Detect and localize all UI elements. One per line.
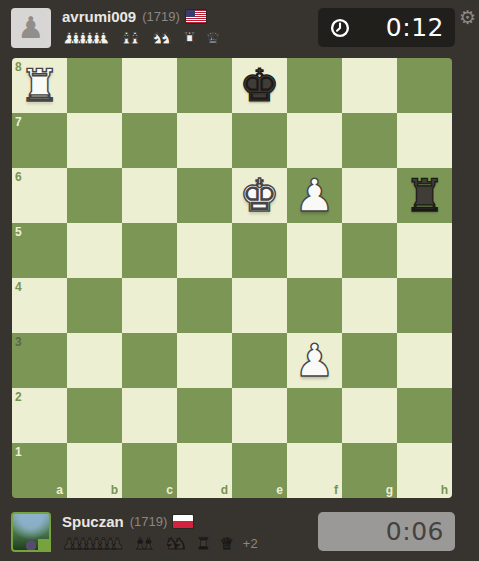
rank-label-1: 1: [15, 445, 22, 459]
top-player-clock: 0:12: [318, 8, 455, 47]
bottom-captured-pieces-tray: ♟♟♟♟♟♟♟♟♝♝♞♞♜♛: [62, 534, 234, 553]
square-b1[interactable]: b: [67, 443, 122, 498]
top-player-bar: ♟ avrumi009 (1719) ♟♟♟♟♟♟♝♝♞♞♜♛ 0:12: [0, 0, 479, 56]
file-label-b: b: [111, 483, 118, 497]
bottom-player-info: Spuczan (1719) ♟♟♟♟♟♟♟♟♝♝♞♞♜♛ +2: [62, 512, 258, 553]
top-player-rating: (1719): [142, 9, 180, 24]
rank-label-6: 6: [15, 170, 22, 184]
square-a3[interactable]: 3: [12, 333, 67, 388]
square-f4[interactable]: [287, 278, 342, 333]
file-label-f: f: [334, 483, 338, 497]
square-c5[interactable]: [122, 223, 177, 278]
rank-label-5: 5: [15, 225, 22, 239]
material-advantage: +2: [243, 536, 258, 551]
file-label-h: h: [441, 483, 448, 497]
rank-label-2: 2: [15, 390, 22, 404]
square-b3[interactable]: [67, 333, 122, 388]
file-label-d: d: [221, 483, 228, 497]
rank-label-4: 4: [15, 280, 22, 294]
square-b8[interactable]: [67, 58, 122, 113]
captured-queen-icon: ♛: [219, 534, 233, 553]
square-g3[interactable]: [342, 333, 397, 388]
captured-queen-icon: ♛: [206, 29, 220, 48]
square-h3[interactable]: [397, 333, 452, 388]
square-f8[interactable]: [287, 58, 342, 113]
captured-pawns-icon: ♟♟♟♟♟♟: [62, 29, 110, 48]
square-g2[interactable]: [342, 388, 397, 443]
square-a2[interactable]: 2: [12, 388, 67, 443]
avatar[interactable]: [11, 512, 51, 552]
square-f7[interactable]: [287, 113, 342, 168]
black-king-e8[interactable]: ♚: [232, 58, 287, 113]
poland-flag-icon: [173, 515, 193, 528]
square-f2[interactable]: [287, 388, 342, 443]
square-f5[interactable]: [287, 223, 342, 278]
white-king-e6[interactable]: ♚: [232, 168, 287, 223]
square-d1[interactable]: d: [177, 443, 232, 498]
square-d3[interactable]: [177, 333, 232, 388]
square-g1[interactable]: g: [342, 443, 397, 498]
top-player-name[interactable]: avrumi009: [62, 8, 136, 25]
gear-icon[interactable]: ⚙: [459, 8, 476, 27]
file-label-c: c: [166, 483, 173, 497]
white-pawn-f6[interactable]: ♟: [287, 168, 342, 223]
square-e8[interactable]: ♚: [232, 58, 287, 113]
captured-pawns-icon: ♟♟♟♟♟♟♟♟: [62, 534, 124, 553]
bottom-player-name[interactable]: Spuczan: [62, 513, 124, 530]
square-b5[interactable]: [67, 223, 122, 278]
square-d7[interactable]: [177, 113, 232, 168]
square-e3[interactable]: [232, 333, 287, 388]
black-rook-h6[interactable]: ♜: [397, 168, 452, 223]
square-h7[interactable]: [397, 113, 452, 168]
square-h1[interactable]: h: [397, 443, 452, 498]
square-a6[interactable]: 6: [12, 168, 67, 223]
square-b6[interactable]: [67, 168, 122, 223]
bottom-player-bar: Spuczan (1719) ♟♟♟♟♟♟♟♟♝♝♞♞♜♛ +2 0:06: [0, 505, 479, 561]
avatar[interactable]: ♟: [11, 8, 51, 48]
square-h6[interactable]: ♜: [397, 168, 452, 223]
clock-icon: [329, 17, 351, 39]
online-status-badge: [38, 539, 51, 552]
file-label-g: g: [386, 483, 393, 497]
captured-knights-icon: ♞♞: [164, 534, 187, 553]
square-d4[interactable]: [177, 278, 232, 333]
top-captured-pieces-tray: ♟♟♟♟♟♟♝♝♞♞♜♛: [62, 29, 220, 48]
captured-rook-icon: ♜: [182, 29, 196, 48]
square-c2[interactable]: [122, 388, 177, 443]
square-e1[interactable]: e: [232, 443, 287, 498]
captured-knights-icon: ♞♞: [151, 29, 174, 48]
square-b7[interactable]: [67, 113, 122, 168]
square-c3[interactable]: [122, 333, 177, 388]
captured-bishops-icon: ♝♝: [133, 534, 156, 553]
square-b4[interactable]: [67, 278, 122, 333]
rank-label-8: 8: [15, 60, 22, 74]
default-avatar-pawn-icon: ♟: [18, 13, 45, 43]
square-e6[interactable]: ♚: [232, 168, 287, 223]
bottom-player-rating: (1719): [130, 514, 168, 529]
bottom-player-clock: 0:06: [318, 512, 455, 551]
rank-label-3: 3: [15, 335, 22, 349]
captured-rook-icon: ♜: [196, 534, 210, 553]
square-c7[interactable]: [122, 113, 177, 168]
square-g7[interactable]: [342, 113, 397, 168]
file-label-e: e: [276, 483, 283, 497]
square-a4[interactable]: 4: [12, 278, 67, 333]
square-f6[interactable]: ♟: [287, 168, 342, 223]
square-e2[interactable]: [232, 388, 287, 443]
square-d8[interactable]: [177, 58, 232, 113]
square-c1[interactable]: c: [122, 443, 177, 498]
square-a5[interactable]: 5: [12, 223, 67, 278]
square-h2[interactable]: [397, 388, 452, 443]
square-e4[interactable]: [232, 278, 287, 333]
square-e7[interactable]: [232, 113, 287, 168]
square-e5[interactable]: [232, 223, 287, 278]
rank-label-7: 7: [15, 115, 22, 129]
square-d2[interactable]: [177, 388, 232, 443]
captured-bishops-icon: ♝♝: [119, 29, 142, 48]
square-g5[interactable]: [342, 223, 397, 278]
square-h4[interactable]: [397, 278, 452, 333]
square-g8[interactable]: [342, 58, 397, 113]
square-h5[interactable]: [397, 223, 452, 278]
square-h8[interactable]: [397, 58, 452, 113]
square-b2[interactable]: [67, 388, 122, 443]
top-player-info: avrumi009 (1719) ♟♟♟♟♟♟♝♝♞♞♜♛: [62, 7, 220, 48]
square-f1[interactable]: f: [287, 443, 342, 498]
square-g6[interactable]: [342, 168, 397, 223]
square-a1[interactable]: 1a: [12, 443, 67, 498]
square-a8[interactable]: 8♜: [12, 58, 67, 113]
square-c4[interactable]: [122, 278, 177, 333]
square-c6[interactable]: [122, 168, 177, 223]
square-d6[interactable]: [177, 168, 232, 223]
file-label-a: a: [56, 483, 63, 497]
top-clock-time: 0:12: [386, 13, 444, 42]
bottom-clock-time: 0:06: [386, 517, 444, 546]
chess-board[interactable]: 8♜♚76♚♟♜543♟21abcdefgh: [12, 58, 452, 498]
square-f3[interactable]: ♟: [287, 333, 342, 388]
white-pawn-f3[interactable]: ♟: [287, 333, 342, 388]
square-g4[interactable]: [342, 278, 397, 333]
us-flag-icon: [186, 10, 206, 23]
square-a7[interactable]: 7: [12, 113, 67, 168]
square-c8[interactable]: [122, 58, 177, 113]
square-d5[interactable]: [177, 223, 232, 278]
